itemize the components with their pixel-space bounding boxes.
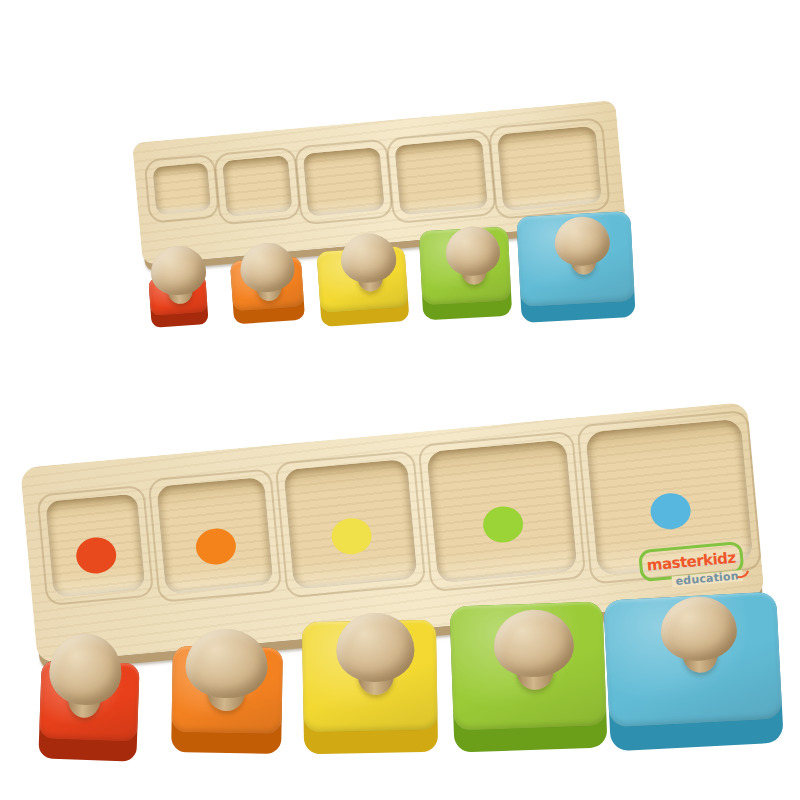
- recess-1-red-slot[interactable]: [45, 494, 145, 598]
- piece-green-top-view[interactable]: [419, 227, 513, 321]
- knob-head: [553, 215, 610, 267]
- recess-5-blue-slot-empty[interactable]: [497, 126, 602, 211]
- wooden-knob[interactable]: [493, 608, 576, 691]
- piece-blue-top-view[interactable]: [516, 211, 635, 323]
- yellow-marker-dot: [330, 516, 373, 555]
- knob-head: [149, 244, 207, 296]
- piece-yellow-top-view[interactable]: [316, 246, 409, 327]
- wooden-knob[interactable]: [48, 633, 123, 719]
- recess-3-yellow-slot[interactable]: [283, 459, 417, 590]
- knob-head: [493, 608, 575, 678]
- orange-marker-dot: [194, 527, 237, 566]
- piece-orange-bottom-view[interactable]: [171, 646, 283, 754]
- recess-4-green-slot[interactable]: [426, 439, 577, 583]
- knob-head: [659, 595, 738, 663]
- piece-orange-top-view[interactable]: [230, 257, 305, 325]
- masterkidz-logo: masterkidz education: [638, 541, 745, 590]
- piece-blue-bottom-view[interactable]: [603, 592, 784, 752]
- logo-swoosh: [737, 569, 749, 579]
- wooden-knob[interactable]: [339, 232, 398, 294]
- piece-green-bottom-view[interactable]: [449, 601, 607, 752]
- knob-head: [185, 628, 268, 698]
- knob-head: [445, 225, 501, 276]
- piece-red-bottom-view[interactable]: [38, 660, 139, 761]
- wooden-knob[interactable]: [553, 215, 611, 276]
- piece-red-top-view[interactable]: [148, 274, 208, 328]
- logo-brand-name: masterkidz: [646, 550, 736, 573]
- recess-2-orange-slot[interactable]: [156, 477, 273, 594]
- recess-2-orange-slot-empty[interactable]: [222, 155, 293, 217]
- knob-head: [239, 241, 296, 293]
- wooden-knob[interactable]: [336, 612, 415, 695]
- knob-head: [339, 232, 397, 284]
- wooden-knob[interactable]: [239, 241, 297, 303]
- wooden-knob[interactable]: [185, 628, 268, 711]
- green-marker-dot: [482, 505, 525, 544]
- knob-head: [48, 633, 122, 706]
- recess-4-green-slot-empty[interactable]: [394, 138, 488, 216]
- wooden-knob[interactable]: [149, 244, 208, 306]
- blue-marker-dot: [649, 492, 692, 531]
- product-photo-canvas: masterkidz education: [0, 0, 800, 800]
- recess-3-yellow-slot-empty[interactable]: [303, 147, 385, 217]
- piece-yellow-bottom-view[interactable]: [302, 620, 438, 754]
- recess-1-red-slot-empty[interactable]: [152, 162, 211, 215]
- wooden-knob[interactable]: [445, 225, 502, 286]
- red-marker-dot: [75, 535, 118, 574]
- knob-head: [336, 612, 415, 682]
- wooden-knob[interactable]: [659, 595, 739, 675]
